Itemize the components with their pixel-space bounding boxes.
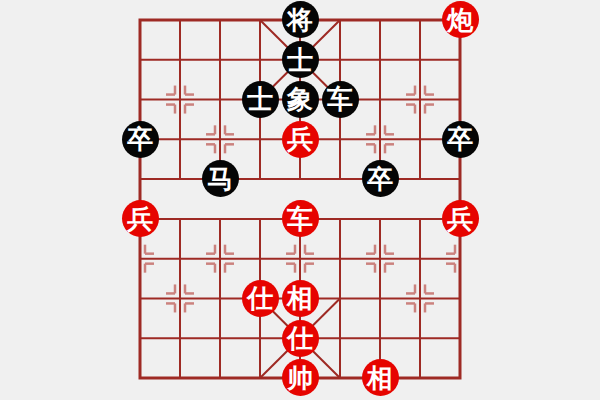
intersection-3-2[interactable]: 士 (240, 80, 280, 120)
intersection-3-9[interactable] (240, 358, 280, 398)
intersection-3-3[interactable] (240, 119, 280, 159)
intersection-3-6[interactable] (240, 239, 280, 279)
intersection-6-0[interactable] (360, 0, 400, 40)
intersection-7-2[interactable] (400, 80, 440, 120)
intersection-4-4[interactable] (280, 159, 320, 199)
intersection-5-1[interactable] (320, 40, 360, 80)
intersection-2-2[interactable] (200, 80, 240, 120)
intersection-4-2[interactable]: 象 (280, 80, 320, 120)
intersection-8-3[interactable]: 卒 (440, 119, 480, 159)
intersection-6-2[interactable] (360, 80, 400, 120)
intersection-1-8[interactable] (160, 318, 200, 358)
red-soldier[interactable]: 兵 (122, 200, 159, 237)
intersection-6-8[interactable] (360, 318, 400, 358)
intersection-2-3[interactable] (200, 119, 240, 159)
intersection-4-1[interactable]: 士 (280, 40, 320, 80)
intersection-1-6[interactable] (160, 239, 200, 279)
red-general[interactable]: 帅 (282, 359, 319, 396)
intersection-5-2[interactable]: 车 (320, 80, 360, 120)
red-soldier[interactable]: 兵 (282, 121, 319, 158)
black-soldier[interactable]: 卒 (362, 160, 399, 197)
intersection-6-1[interactable] (360, 40, 400, 80)
intersection-8-5[interactable]: 兵 (440, 199, 480, 239)
black-advisor[interactable]: 士 (242, 81, 279, 118)
intersection-2-8[interactable] (200, 318, 240, 358)
intersection-6-5[interactable] (360, 199, 400, 239)
intersection-1-7[interactable] (160, 278, 200, 318)
intersection-2-9[interactable] (200, 358, 240, 398)
intersection-2-5[interactable] (200, 199, 240, 239)
intersection-1-2[interactable] (160, 80, 200, 120)
red-advisor[interactable]: 仕 (282, 320, 319, 357)
intersection-2-6[interactable] (200, 239, 240, 279)
intersection-1-9[interactable] (160, 358, 200, 398)
intersection-1-5[interactable] (160, 199, 200, 239)
intersection-3-4[interactable] (240, 159, 280, 199)
intersection-1-4[interactable] (160, 159, 200, 199)
intersection-7-5[interactable] (400, 199, 440, 239)
intersection-4-3[interactable]: 兵 (280, 119, 320, 159)
intersection-4-7[interactable]: 相 (280, 278, 320, 318)
intersection-3-1[interactable] (240, 40, 280, 80)
intersection-6-9[interactable]: 相 (360, 358, 400, 398)
intersection-6-4[interactable]: 卒 (360, 159, 400, 199)
intersection-8-1[interactable] (440, 40, 480, 80)
intersection-3-8[interactable] (240, 318, 280, 358)
intersection-0-6[interactable] (120, 239, 160, 279)
intersection-0-3[interactable]: 卒 (120, 119, 160, 159)
intersection-2-4[interactable]: 马 (200, 159, 240, 199)
intersection-6-6[interactable] (360, 239, 400, 279)
black-chariot[interactable]: 车 (322, 81, 359, 118)
intersection-3-7[interactable]: 仕 (240, 278, 280, 318)
intersection-5-0[interactable] (320, 0, 360, 40)
intersection-4-8[interactable]: 仕 (280, 318, 320, 358)
xiangqi-board: 将炮士士象车卒兵卒马卒兵车兵仕相仕帅相 (120, 0, 480, 398)
black-elephant[interactable]: 象 (282, 81, 319, 118)
intersection-5-8[interactable] (320, 318, 360, 358)
black-horse[interactable]: 马 (202, 160, 239, 197)
intersection-7-7[interactable] (400, 278, 440, 318)
intersection-7-6[interactable] (400, 239, 440, 279)
intersection-1-3[interactable] (160, 119, 200, 159)
intersection-0-9[interactable] (120, 358, 160, 398)
intersection-7-1[interactable] (400, 40, 440, 80)
intersection-7-3[interactable] (400, 119, 440, 159)
intersection-2-1[interactable] (200, 40, 240, 80)
intersection-5-6[interactable] (320, 239, 360, 279)
intersection-6-7[interactable] (360, 278, 400, 318)
intersection-0-5[interactable]: 兵 (120, 199, 160, 239)
intersection-8-9[interactable] (440, 358, 480, 398)
intersection-8-4[interactable] (440, 159, 480, 199)
intersection-5-4[interactable] (320, 159, 360, 199)
intersection-4-5[interactable]: 车 (280, 199, 320, 239)
black-soldier[interactable]: 卒 (122, 121, 159, 158)
red-advisor[interactable]: 仕 (242, 280, 279, 317)
black-general[interactable]: 将 (282, 1, 319, 38)
red-chariot[interactable]: 车 (282, 200, 319, 237)
intersection-3-5[interactable] (240, 199, 280, 239)
intersection-3-0[interactable] (240, 0, 280, 40)
intersection-5-3[interactable] (320, 119, 360, 159)
intersection-2-7[interactable] (200, 278, 240, 318)
red-elephant[interactable]: 相 (282, 280, 319, 317)
intersection-1-0[interactable] (160, 0, 200, 40)
intersection-4-9[interactable]: 帅 (280, 358, 320, 398)
intersection-0-2[interactable] (120, 80, 160, 120)
intersection-8-6[interactable] (440, 239, 480, 279)
intersection-4-0[interactable]: 将 (280, 0, 320, 40)
intersection-4-6[interactable] (280, 239, 320, 279)
black-advisor[interactable]: 士 (282, 41, 319, 78)
intersection-8-2[interactable] (440, 80, 480, 120)
intersection-7-4[interactable] (400, 159, 440, 199)
intersection-7-0[interactable] (400, 0, 440, 40)
intersection-0-0[interactable] (120, 0, 160, 40)
intersection-6-3[interactable] (360, 119, 400, 159)
red-elephant[interactable]: 相 (362, 359, 399, 396)
intersection-0-4[interactable] (120, 159, 160, 199)
red-cannon[interactable]: 炮 (442, 1, 479, 38)
intersection-8-7[interactable] (440, 278, 480, 318)
intersection-1-1[interactable] (160, 40, 200, 80)
intersection-0-1[interactable] (120, 40, 160, 80)
intersection-0-8[interactable] (120, 318, 160, 358)
intersection-5-5[interactable] (320, 199, 360, 239)
xiangqi-board-area: 将炮士士象车卒兵卒马卒兵车兵仕相仕帅相 (0, 0, 600, 400)
intersection-7-9[interactable] (400, 358, 440, 398)
black-soldier[interactable]: 卒 (442, 121, 479, 158)
intersection-8-8[interactable] (440, 318, 480, 358)
red-soldier[interactable]: 兵 (442, 200, 479, 237)
intersection-2-0[interactable] (200, 0, 240, 40)
intersection-5-7[interactable] (320, 278, 360, 318)
intersection-5-9[interactable] (320, 358, 360, 398)
intersection-7-8[interactable] (400, 318, 440, 358)
intersection-0-7[interactable] (120, 278, 160, 318)
intersection-8-0[interactable]: 炮 (440, 0, 480, 40)
